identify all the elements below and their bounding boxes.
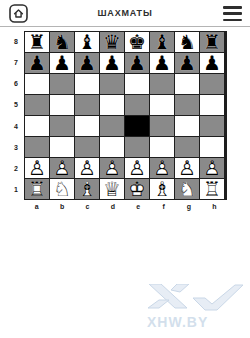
square-a7[interactable]: ♟ xyxy=(25,53,49,73)
square-c6[interactable] xyxy=(75,74,99,94)
square-d1[interactable]: ♛♕ xyxy=(100,179,124,199)
square-f6[interactable] xyxy=(150,74,174,94)
black-pawn-d7: ♟ xyxy=(100,53,124,73)
top-bar: ШАХМАТЫ xyxy=(0,0,250,27)
rank-label-8: 8 xyxy=(2,31,24,52)
square-d6[interactable] xyxy=(100,74,124,94)
square-f4[interactable] xyxy=(150,116,174,136)
square-d2[interactable]: ♟♙ xyxy=(100,158,124,178)
black-rook-h8: ♜ xyxy=(200,32,224,52)
watermark-logo-icon xyxy=(147,284,243,311)
square-b5[interactable] xyxy=(50,95,74,115)
square-b7[interactable]: ♟ xyxy=(50,53,74,73)
square-g4[interactable] xyxy=(175,116,199,136)
square-g3[interactable] xyxy=(175,137,199,157)
black-knight-g8: ♞ xyxy=(175,32,199,52)
square-e4[interactable] xyxy=(125,116,149,136)
black-bishop-c8: ♝ xyxy=(75,32,99,52)
square-a1[interactable]: ♜♖ xyxy=(25,179,49,199)
white-pawn-e2: ♟♙ xyxy=(125,158,149,178)
file-label-g: g xyxy=(176,200,201,214)
file-label-e: e xyxy=(126,200,151,214)
square-c4[interactable] xyxy=(75,116,99,136)
watermark: XHW.BY xyxy=(147,284,247,330)
square-h2[interactable]: ♟♙ xyxy=(200,158,224,178)
square-b3[interactable] xyxy=(50,137,74,157)
file-label-c: c xyxy=(75,200,100,214)
black-pawn-h7: ♟ xyxy=(200,53,224,73)
square-f8[interactable]: ♝ xyxy=(150,32,174,52)
white-pawn-h2: ♟♙ xyxy=(200,158,224,178)
file-labels: abcdefgh xyxy=(24,200,227,214)
square-h7[interactable]: ♟ xyxy=(200,53,224,73)
white-pawn-a2: ♟♙ xyxy=(25,158,49,178)
square-b6[interactable] xyxy=(50,74,74,94)
square-a4[interactable] xyxy=(25,116,49,136)
black-rook-a8: ♜ xyxy=(25,32,49,52)
black-king-e8: ♚ xyxy=(125,32,149,52)
square-d4[interactable] xyxy=(100,116,124,136)
square-a2[interactable]: ♟♙ xyxy=(25,158,49,178)
black-pawn-a7: ♟ xyxy=(25,53,49,73)
square-g1[interactable]: ♞♘ xyxy=(175,179,199,199)
chess-board: ♜♞♝♛♚♝♞♜♟♟♟♟♟♟♟♟♟♙♟♙♟♙♟♙♟♙♟♙♟♙♟♙♜♖♞♘♝♗♛♕… xyxy=(24,31,227,200)
square-e6[interactable] xyxy=(125,74,149,94)
square-c1[interactable]: ♝♗ xyxy=(75,179,99,199)
square-h8[interactable]: ♜ xyxy=(200,32,224,52)
menu-button[interactable] xyxy=(223,6,242,21)
square-d5[interactable] xyxy=(100,95,124,115)
square-h5[interactable] xyxy=(200,95,224,115)
square-f2[interactable]: ♟♙ xyxy=(150,158,174,178)
square-e7[interactable]: ♟ xyxy=(125,53,149,73)
square-e8[interactable]: ♚ xyxy=(125,32,149,52)
square-d8[interactable]: ♛ xyxy=(100,32,124,52)
file-label-f: f xyxy=(151,200,176,214)
square-f7[interactable]: ♟ xyxy=(150,53,174,73)
square-a5[interactable] xyxy=(25,95,49,115)
file-label-b: b xyxy=(49,200,74,214)
square-c3[interactable] xyxy=(75,137,99,157)
white-rook-h1: ♜♖ xyxy=(200,179,224,199)
square-e5[interactable] xyxy=(125,95,149,115)
square-a8[interactable]: ♜ xyxy=(25,32,49,52)
white-king-e1: ♚♔ xyxy=(125,179,149,199)
white-pawn-b2: ♟♙ xyxy=(50,158,74,178)
square-c8[interactable]: ♝ xyxy=(75,32,99,52)
white-queen-d1: ♛♕ xyxy=(100,179,124,199)
white-knight-g1: ♞♘ xyxy=(175,179,199,199)
square-a6[interactable] xyxy=(25,74,49,94)
square-d7[interactable]: ♟ xyxy=(100,53,124,73)
white-rook-a1: ♜♖ xyxy=(25,179,49,199)
square-b1[interactable]: ♞♘ xyxy=(50,179,74,199)
black-pawn-b7: ♟ xyxy=(50,53,74,73)
square-f3[interactable] xyxy=(150,137,174,157)
square-c5[interactable] xyxy=(75,95,99,115)
square-d3[interactable] xyxy=(100,137,124,157)
square-b8[interactable]: ♞ xyxy=(50,32,74,52)
square-g6[interactable] xyxy=(175,74,199,94)
square-e3[interactable] xyxy=(125,137,149,157)
rank-label-3: 3 xyxy=(2,137,24,158)
square-h3[interactable] xyxy=(200,137,224,157)
white-pawn-c2: ♟♙ xyxy=(75,158,99,178)
square-f1[interactable]: ♝♗ xyxy=(150,179,174,199)
rank-label-5: 5 xyxy=(2,94,24,115)
square-e1[interactable]: ♚♔ xyxy=(125,179,149,199)
page-title: ШАХМАТЫ xyxy=(0,8,250,18)
black-queen-d8: ♛ xyxy=(100,32,124,52)
rank-label-4: 4 xyxy=(2,116,24,137)
square-g5[interactable] xyxy=(175,95,199,115)
watermark-text: XHW.BY xyxy=(147,314,247,330)
rank-label-7: 7 xyxy=(2,52,24,73)
square-h1[interactable]: ♜♖ xyxy=(200,179,224,199)
square-c2[interactable]: ♟♙ xyxy=(75,158,99,178)
square-f5[interactable] xyxy=(150,95,174,115)
app-screen: ШАХМАТЫ 87654321 ♜♞♝♛♚♝♞♜♟♟♟♟♟♟♟♟♟♙♟♙♟♙♟… xyxy=(0,0,250,338)
white-pawn-d2: ♟♙ xyxy=(100,158,124,178)
rank-label-2: 2 xyxy=(2,158,24,179)
square-g2[interactable]: ♟♙ xyxy=(175,158,199,178)
black-pawn-g7: ♟ xyxy=(175,53,199,73)
square-g8[interactable]: ♞ xyxy=(175,32,199,52)
board-area: 87654321 ♜♞♝♛♚♝♞♜♟♟♟♟♟♟♟♟♟♙♟♙♟♙♟♙♟♙♟♙♟♙♟… xyxy=(0,27,250,214)
square-c7[interactable]: ♟ xyxy=(75,53,99,73)
black-pawn-f7: ♟ xyxy=(150,53,174,73)
square-h4[interactable] xyxy=(200,116,224,136)
square-h6[interactable] xyxy=(200,74,224,94)
square-a3[interactable] xyxy=(25,137,49,157)
square-g7[interactable]: ♟ xyxy=(175,53,199,73)
white-pawn-g2: ♟♙ xyxy=(175,158,199,178)
black-pawn-e7: ♟ xyxy=(125,53,149,73)
file-label-a: a xyxy=(24,200,49,214)
rank-label-6: 6 xyxy=(2,73,24,94)
white-bishop-f1: ♝♗ xyxy=(150,179,174,199)
file-label-h: h xyxy=(202,200,227,214)
black-bishop-f8: ♝ xyxy=(150,32,174,52)
black-knight-b8: ♞ xyxy=(50,32,74,52)
square-b2[interactable]: ♟♙ xyxy=(50,158,74,178)
black-pawn-c7: ♟ xyxy=(75,53,99,73)
rank-label-1: 1 xyxy=(2,179,24,200)
square-e2[interactable]: ♟♙ xyxy=(125,158,149,178)
white-knight-b1: ♞♘ xyxy=(50,179,74,199)
hamburger-icon xyxy=(223,6,242,9)
white-bishop-c1: ♝♗ xyxy=(75,179,99,199)
white-pawn-f2: ♟♙ xyxy=(150,158,174,178)
file-label-d: d xyxy=(100,200,125,214)
rank-labels: 87654321 xyxy=(2,31,24,200)
square-b4[interactable] xyxy=(50,116,74,136)
